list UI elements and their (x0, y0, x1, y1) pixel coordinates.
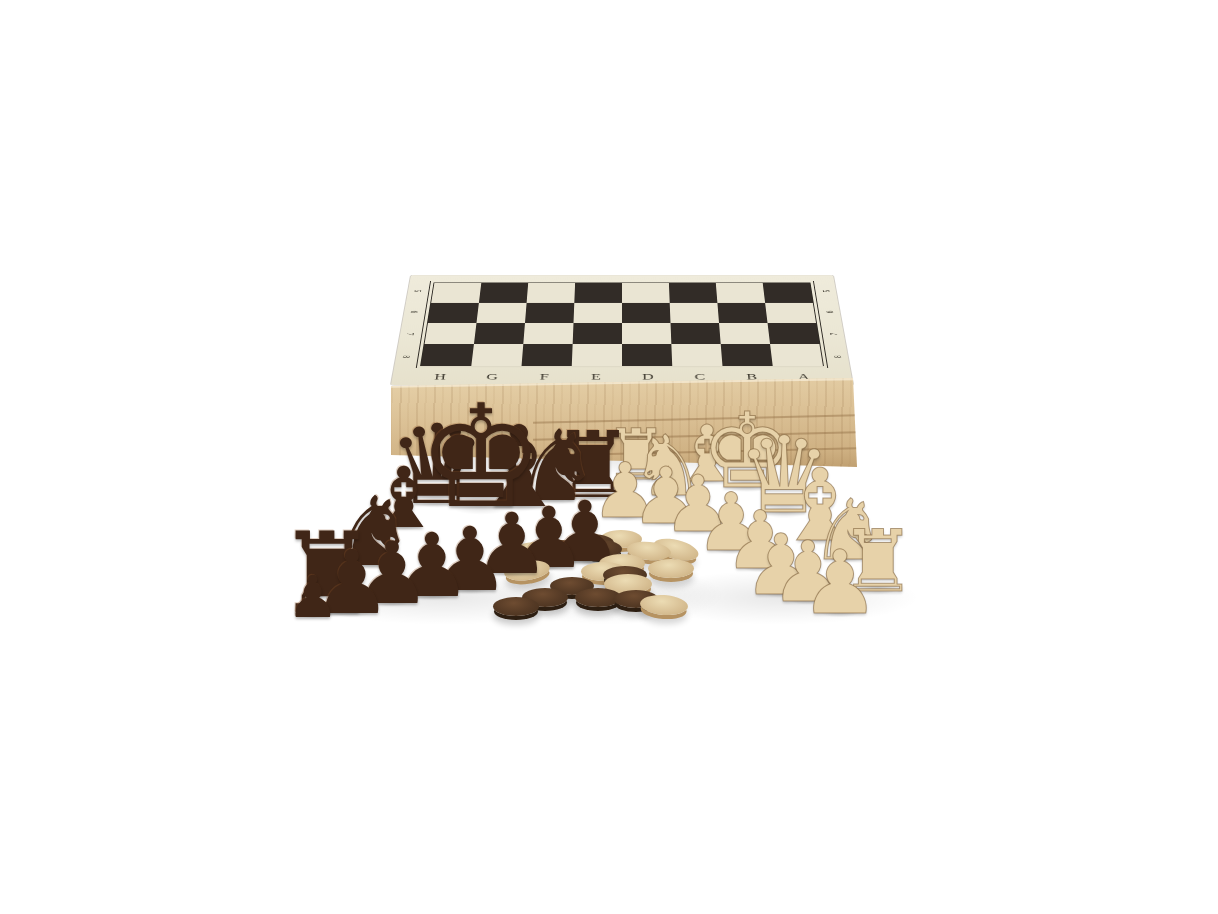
square-G5 (479, 283, 528, 303)
rank-label: 6 (824, 311, 836, 313)
board-border-lines (416, 281, 828, 368)
chess-piece-dark-pawn: ♟ (287, 568, 339, 626)
chess-piece-light-pawn: ♟ (801, 539, 880, 627)
checker-disc-light (648, 559, 694, 578)
square-C6 (670, 303, 719, 323)
square-D6 (622, 303, 671, 323)
square-D5 (622, 283, 670, 303)
square-B5 (716, 283, 765, 303)
square-H5 (431, 283, 481, 303)
square-F6 (525, 303, 574, 323)
square-B6 (717, 303, 767, 323)
square-C7 (671, 323, 721, 344)
square-C8 (671, 344, 722, 366)
file-label: E (570, 372, 622, 383)
rank-label: 6 (409, 311, 421, 313)
chess-board-top-surface: HGFEDCBA 5678 5678 (391, 275, 853, 385)
product-photo-canvas: HGFEDCBA 5678 5678 ♟♜♞♟♝♟♟♟♛♚♝♞♜♟♟♟♜♟♞♟♝… (0, 0, 1218, 914)
square-A7 (768, 323, 820, 344)
square-H6 (428, 303, 479, 323)
square-A5 (763, 283, 813, 303)
square-H8 (421, 344, 474, 366)
square-E7 (573, 323, 622, 344)
square-F5 (527, 283, 575, 303)
square-E5 (574, 283, 622, 303)
rank-label: 7 (827, 333, 839, 336)
square-G7 (474, 323, 525, 344)
rank-label: 8 (401, 355, 413, 358)
board-grid (420, 282, 824, 366)
square-G8 (471, 344, 523, 366)
rank-label: 5 (820, 290, 832, 292)
rank-label: 8 (831, 355, 843, 358)
square-D7 (622, 323, 671, 344)
rank-label: 7 (405, 333, 417, 336)
square-B8 (721, 344, 773, 366)
checker-disc-dark (493, 597, 539, 616)
rank-label: 5 (413, 290, 425, 292)
square-C5 (669, 283, 717, 303)
square-E8 (572, 344, 622, 366)
square-H7 (425, 323, 477, 344)
square-E6 (573, 303, 622, 323)
square-F7 (523, 323, 573, 344)
square-A6 (765, 303, 816, 323)
square-F8 (522, 344, 573, 366)
square-A8 (770, 344, 823, 366)
square-G6 (476, 303, 526, 323)
square-B7 (719, 323, 770, 344)
file-label: D (622, 372, 674, 383)
square-D8 (622, 344, 672, 366)
